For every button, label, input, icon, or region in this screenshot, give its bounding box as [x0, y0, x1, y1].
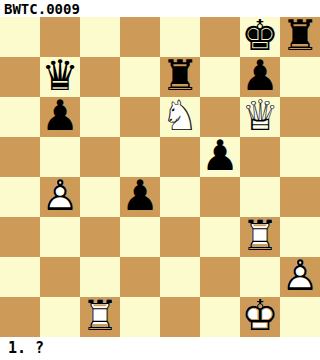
square-e3[interactable]: [160, 217, 200, 257]
black-rook-h8[interactable]: ♜: [280, 17, 320, 57]
square-h8[interactable]: ♜: [280, 17, 320, 57]
square-a8[interactable]: [0, 17, 40, 57]
black-pawn-d4[interactable]: ♟: [120, 177, 160, 217]
square-d8[interactable]: [120, 17, 160, 57]
square-d1[interactable]: [120, 297, 160, 337]
square-c8[interactable]: [80, 17, 120, 57]
square-a5[interactable]: [0, 137, 40, 177]
square-a1[interactable]: [0, 297, 40, 337]
square-e2[interactable]: [160, 257, 200, 297]
square-a2[interactable]: [0, 257, 40, 297]
square-c5[interactable]: [80, 137, 120, 177]
white-rook-c1[interactable]: ♜♖: [80, 297, 120, 337]
chess-puzzle-page: BWTC.0009 ♚♜♛♜♟♟♞♘♛♕♟♟♙♟♜♖♟♙♜♖♚♔ 1. ?: [0, 0, 320, 360]
piece-outline-glyph: ♖: [81, 295, 119, 337]
piece-outline-glyph: ♘: [161, 95, 199, 137]
square-f7[interactable]: [200, 57, 240, 97]
square-c1[interactable]: ♜♖: [80, 297, 120, 337]
square-b4[interactable]: ♟♙: [40, 177, 80, 217]
square-a4[interactable]: [0, 177, 40, 217]
square-h4[interactable]: [280, 177, 320, 217]
square-h7[interactable]: [280, 57, 320, 97]
square-f3[interactable]: [200, 217, 240, 257]
prompt-bar: 1. ?: [0, 337, 320, 360]
square-c4[interactable]: [80, 177, 120, 217]
piece-outline-glyph: ♙: [41, 175, 79, 217]
square-h2[interactable]: ♟♙: [280, 257, 320, 297]
square-h1[interactable]: [280, 297, 320, 337]
square-d4[interactable]: ♟: [120, 177, 160, 217]
square-h5[interactable]: [280, 137, 320, 177]
square-a6[interactable]: [0, 97, 40, 137]
piece-outline-glyph: ♕: [241, 95, 279, 137]
square-b6[interactable]: ♟: [40, 97, 80, 137]
piece-fill-glyph: ♟: [121, 175, 159, 217]
square-c3[interactable]: [80, 217, 120, 257]
puzzle-id-label: BWTC.0009: [4, 2, 80, 16]
square-d2[interactable]: [120, 257, 160, 297]
square-b2[interactable]: [40, 257, 80, 297]
square-a7[interactable]: [0, 57, 40, 97]
square-f4[interactable]: [200, 177, 240, 217]
square-d6[interactable]: [120, 97, 160, 137]
piece-fill-glyph: ♟: [201, 135, 239, 177]
black-pawn-f5[interactable]: ♟: [200, 137, 240, 177]
square-a3[interactable]: [0, 217, 40, 257]
square-d7[interactable]: [120, 57, 160, 97]
square-g6[interactable]: ♛♕: [240, 97, 280, 137]
square-g1[interactable]: ♚♔: [240, 297, 280, 337]
square-f1[interactable]: [200, 297, 240, 337]
white-pawn-b4[interactable]: ♟♙: [40, 177, 80, 217]
square-e5[interactable]: [160, 137, 200, 177]
white-rook-g3[interactable]: ♜♖: [240, 217, 280, 257]
square-d3[interactable]: [120, 217, 160, 257]
piece-fill-glyph: ♜: [281, 15, 319, 57]
piece-fill-glyph: ♟: [41, 95, 79, 137]
square-g5[interactable]: [240, 137, 280, 177]
square-f5[interactable]: ♟: [200, 137, 240, 177]
chess-board: ♚♜♛♜♟♟♞♘♛♕♟♟♙♟♜♖♟♙♜♖♚♔: [0, 17, 320, 337]
square-b3[interactable]: [40, 217, 80, 257]
white-queen-g6[interactable]: ♛♕: [240, 97, 280, 137]
square-g3[interactable]: ♜♖: [240, 217, 280, 257]
square-h6[interactable]: [280, 97, 320, 137]
white-pawn-h2[interactable]: ♟♙: [280, 257, 320, 297]
square-f2[interactable]: [200, 257, 240, 297]
square-e4[interactable]: [160, 177, 200, 217]
white-king-g1[interactable]: ♚♔: [240, 297, 280, 337]
square-e1[interactable]: [160, 297, 200, 337]
square-e6[interactable]: ♞♘: [160, 97, 200, 137]
white-knight-e6[interactable]: ♞♘: [160, 97, 200, 137]
square-f8[interactable]: [200, 17, 240, 57]
move-prompt-label: 1. ?: [8, 341, 44, 356]
piece-outline-glyph: ♖: [241, 215, 279, 257]
piece-outline-glyph: ♔: [241, 295, 279, 337]
square-c7[interactable]: [80, 57, 120, 97]
square-c6[interactable]: [80, 97, 120, 137]
square-b1[interactable]: [40, 297, 80, 337]
piece-outline-glyph: ♙: [281, 255, 319, 297]
black-pawn-b6[interactable]: ♟: [40, 97, 80, 137]
